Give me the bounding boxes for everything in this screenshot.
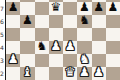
black-pawn: ♟ <box>106 1 120 14</box>
square-b5[interactable] <box>20 28 34 41</box>
square-a5[interactable] <box>6 28 20 41</box>
square-b3[interactable] <box>20 54 34 67</box>
white-knight: ♞ <box>77 53 91 66</box>
square-g7[interactable]: ♟ <box>92 2 106 15</box>
square-d2[interactable] <box>49 67 63 80</box>
square-g3[interactable] <box>92 54 106 67</box>
square-e7[interactable] <box>63 2 77 15</box>
square-g2[interactable]: ♟ <box>92 67 106 80</box>
square-d7[interactable]: ♛ <box>49 2 63 15</box>
square-h2[interactable] <box>106 67 120 80</box>
square-f4[interactable] <box>77 41 91 54</box>
square-d5[interactable] <box>49 28 63 41</box>
white-pawn: ♟ <box>49 40 63 53</box>
square-h7[interactable]: ♟ <box>106 2 120 15</box>
square-d3[interactable] <box>49 54 63 67</box>
square-g6[interactable] <box>92 15 106 28</box>
square-a2[interactable] <box>6 67 20 80</box>
black-knight: ♞ <box>77 14 91 27</box>
square-a4[interactable] <box>6 41 20 54</box>
square-b7[interactable] <box>20 2 34 15</box>
square-e5[interactable] <box>63 28 77 41</box>
square-e3[interactable] <box>63 54 77 67</box>
square-e6[interactable] <box>63 15 77 28</box>
square-c6[interactable] <box>35 15 49 28</box>
square-g5[interactable] <box>92 28 106 41</box>
white-pawn: ♟ <box>6 53 20 66</box>
white-bishop: ♝ <box>20 66 34 79</box>
square-f7[interactable]: ♟ <box>77 2 91 15</box>
square-c3[interactable] <box>35 54 49 67</box>
black-pawn: ♟ <box>20 14 34 27</box>
black-knight: ♞ <box>35 40 49 53</box>
white-pawn: ♟ <box>92 66 106 79</box>
square-a6[interactable] <box>6 15 20 28</box>
white-pawn: ♟ <box>63 40 77 53</box>
square-a7[interactable]: ♟ <box>6 2 20 15</box>
white-pawn: ♟ <box>77 66 91 79</box>
square-d6[interactable] <box>49 15 63 28</box>
square-d4[interactable]: ♟ <box>49 41 63 54</box>
square-b4[interactable] <box>20 41 34 54</box>
black-pawn: ♟ <box>92 1 106 14</box>
square-c4[interactable]: ♞ <box>35 41 49 54</box>
square-f2[interactable]: ♟ <box>77 67 91 80</box>
white-queen: ♛ <box>63 66 77 79</box>
chess-diagram: 765432 ♟♛♟♟♟♟♞♞♟♟♟♞♝♛♟♟ <box>0 0 120 80</box>
chess-board[interactable]: ♟♛♟♟♟♟♞♞♟♟♟♞♝♛♟♟ <box>5 0 120 80</box>
square-f5[interactable] <box>77 28 91 41</box>
square-h5[interactable] <box>106 28 120 41</box>
square-f3[interactable]: ♞ <box>77 54 91 67</box>
square-a3[interactable]: ♟ <box>6 54 20 67</box>
black-pawn: ♟ <box>6 1 20 14</box>
square-b2[interactable]: ♝ <box>20 67 34 80</box>
black-pawn: ♟ <box>77 1 91 14</box>
square-f6[interactable]: ♞ <box>77 15 91 28</box>
square-e4[interactable]: ♟ <box>63 41 77 54</box>
square-g4[interactable] <box>92 41 106 54</box>
square-h3[interactable] <box>106 54 120 67</box>
square-b6[interactable]: ♟ <box>20 15 34 28</box>
square-c7[interactable] <box>35 2 49 15</box>
square-h4[interactable] <box>106 41 120 54</box>
black-queen: ♛ <box>49 1 63 14</box>
square-c2[interactable] <box>35 67 49 80</box>
square-e2[interactable]: ♛ <box>63 67 77 80</box>
square-c5[interactable] <box>35 28 49 41</box>
square-h6[interactable] <box>106 15 120 28</box>
